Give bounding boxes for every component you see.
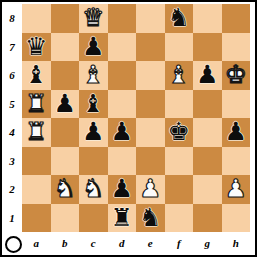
square-g5[interactable] bbox=[193, 90, 222, 119]
chess-board[interactable]: ♛♞♛♟♝♝♝♟♚♜♟♝♜♟♟♚♟♞♞♟♟♟♜♞ bbox=[22, 4, 250, 232]
square-d8[interactable] bbox=[108, 4, 137, 33]
file-label-b: b bbox=[51, 232, 80, 253]
square-h6[interactable]: ♚ bbox=[222, 61, 251, 90]
white-to-move-indicator bbox=[5, 236, 22, 253]
square-d1[interactable]: ♜ bbox=[108, 204, 137, 233]
file-label-d: d bbox=[108, 232, 137, 253]
square-e5[interactable] bbox=[136, 90, 165, 119]
white-bishop[interactable]: ♝ bbox=[165, 61, 194, 90]
white-pawn[interactable]: ♟ bbox=[136, 175, 165, 204]
square-d2[interactable]: ♟ bbox=[108, 175, 137, 204]
square-b7[interactable] bbox=[51, 33, 80, 62]
square-g3[interactable] bbox=[193, 147, 222, 176]
square-a1[interactable] bbox=[22, 204, 51, 233]
white-queen[interactable]: ♛ bbox=[79, 4, 108, 33]
square-h3[interactable] bbox=[222, 147, 251, 176]
square-b5[interactable]: ♟ bbox=[51, 90, 80, 119]
square-a2[interactable] bbox=[22, 175, 51, 204]
square-c7[interactable]: ♟ bbox=[79, 33, 108, 62]
square-f3[interactable] bbox=[165, 147, 194, 176]
black-rook[interactable]: ♜ bbox=[108, 204, 137, 233]
square-e8[interactable] bbox=[136, 4, 165, 33]
black-knight[interactable]: ♞ bbox=[136, 204, 165, 233]
square-a8[interactable] bbox=[22, 4, 51, 33]
square-a5[interactable]: ♜ bbox=[22, 90, 51, 119]
square-h5[interactable] bbox=[222, 90, 251, 119]
square-e1[interactable]: ♞ bbox=[136, 204, 165, 233]
black-pawn[interactable]: ♟ bbox=[79, 33, 108, 62]
square-f1[interactable] bbox=[165, 204, 194, 233]
square-g8[interactable] bbox=[193, 4, 222, 33]
square-c4[interactable]: ♟ bbox=[79, 118, 108, 147]
square-a6[interactable]: ♝ bbox=[22, 61, 51, 90]
rank-label-7: 7 bbox=[2, 33, 22, 62]
square-d3[interactable] bbox=[108, 147, 137, 176]
black-bishop[interactable]: ♝ bbox=[22, 61, 51, 90]
white-pawn[interactable]: ♟ bbox=[222, 175, 251, 204]
square-g1[interactable] bbox=[193, 204, 222, 233]
square-c8[interactable]: ♛ bbox=[79, 4, 108, 33]
square-c2[interactable]: ♞ bbox=[79, 175, 108, 204]
file-label-c: c bbox=[79, 232, 108, 253]
rank-label-3: 3 bbox=[2, 147, 22, 176]
rank-label-2: 2 bbox=[2, 175, 22, 204]
square-c5[interactable]: ♝ bbox=[79, 90, 108, 119]
black-pawn[interactable]: ♟ bbox=[108, 118, 137, 147]
square-h7[interactable] bbox=[222, 33, 251, 62]
square-b8[interactable] bbox=[51, 4, 80, 33]
square-h8[interactable] bbox=[222, 4, 251, 33]
square-a7[interactable]: ♛ bbox=[22, 33, 51, 62]
square-g7[interactable] bbox=[193, 33, 222, 62]
square-b2[interactable]: ♞ bbox=[51, 175, 80, 204]
black-pawn[interactable]: ♟ bbox=[193, 61, 222, 90]
file-labels: abcdefgh bbox=[22, 232, 250, 253]
square-f2[interactable] bbox=[165, 175, 194, 204]
square-f7[interactable] bbox=[165, 33, 194, 62]
square-b3[interactable] bbox=[51, 147, 80, 176]
black-knight[interactable]: ♞ bbox=[165, 4, 194, 33]
square-b4[interactable] bbox=[51, 118, 80, 147]
white-knight[interactable]: ♞ bbox=[79, 175, 108, 204]
square-f8[interactable]: ♞ bbox=[165, 4, 194, 33]
black-pawn[interactable]: ♟ bbox=[108, 175, 137, 204]
file-label-h: h bbox=[222, 232, 251, 253]
square-f6[interactable]: ♝ bbox=[165, 61, 194, 90]
square-e3[interactable] bbox=[136, 147, 165, 176]
file-label-f: f bbox=[165, 232, 194, 253]
black-bishop[interactable]: ♝ bbox=[79, 90, 108, 119]
rank-label-8: 8 bbox=[2, 4, 22, 33]
square-e7[interactable] bbox=[136, 33, 165, 62]
square-g6[interactable]: ♟ bbox=[193, 61, 222, 90]
square-d4[interactable]: ♟ bbox=[108, 118, 137, 147]
file-label-a: a bbox=[22, 232, 51, 253]
square-d5[interactable] bbox=[108, 90, 137, 119]
square-b1[interactable] bbox=[51, 204, 80, 233]
black-pawn[interactable]: ♟ bbox=[79, 118, 108, 147]
square-g2[interactable] bbox=[193, 175, 222, 204]
black-pawn[interactable]: ♟ bbox=[222, 118, 251, 147]
black-king[interactable]: ♚ bbox=[165, 118, 194, 147]
rank-labels: 87654321 bbox=[2, 4, 22, 232]
square-c3[interactable] bbox=[79, 147, 108, 176]
square-b6[interactable] bbox=[51, 61, 80, 90]
rank-label-5: 5 bbox=[2, 90, 22, 119]
file-label-g: g bbox=[193, 232, 222, 253]
rank-label-6: 6 bbox=[2, 61, 22, 90]
square-c1[interactable] bbox=[79, 204, 108, 233]
white-knight[interactable]: ♞ bbox=[51, 175, 80, 204]
square-a4[interactable]: ♜ bbox=[22, 118, 51, 147]
square-f5[interactable] bbox=[165, 90, 194, 119]
white-rook[interactable]: ♜ bbox=[22, 118, 51, 147]
black-pawn[interactable]: ♟ bbox=[51, 90, 80, 119]
square-c6[interactable]: ♝ bbox=[79, 61, 108, 90]
square-h2[interactable]: ♟ bbox=[222, 175, 251, 204]
square-a3[interactable] bbox=[22, 147, 51, 176]
square-e4[interactable] bbox=[136, 118, 165, 147]
square-e6[interactable] bbox=[136, 61, 165, 90]
white-rook[interactable]: ♜ bbox=[22, 90, 51, 119]
square-h4[interactable]: ♟ bbox=[222, 118, 251, 147]
square-e2[interactable]: ♟ bbox=[136, 175, 165, 204]
black-queen[interactable]: ♛ bbox=[22, 33, 51, 62]
rank-label-1: 1 bbox=[2, 204, 22, 233]
square-h1[interactable] bbox=[222, 204, 251, 233]
square-d7[interactable] bbox=[108, 33, 137, 62]
white-bishop[interactable]: ♝ bbox=[79, 61, 108, 90]
file-label-e: e bbox=[136, 232, 165, 253]
rank-label-4: 4 bbox=[2, 118, 22, 147]
chess-diagram: 87654321 ♛♞♛♟♝♝♝♟♚♜♟♝♜♟♟♚♟♞♞♟♟♟♜♞ abcdef… bbox=[0, 0, 257, 257]
square-d6[interactable] bbox=[108, 61, 137, 90]
square-f4[interactable]: ♚ bbox=[165, 118, 194, 147]
white-king[interactable]: ♚ bbox=[222, 61, 251, 90]
square-g4[interactable] bbox=[193, 118, 222, 147]
